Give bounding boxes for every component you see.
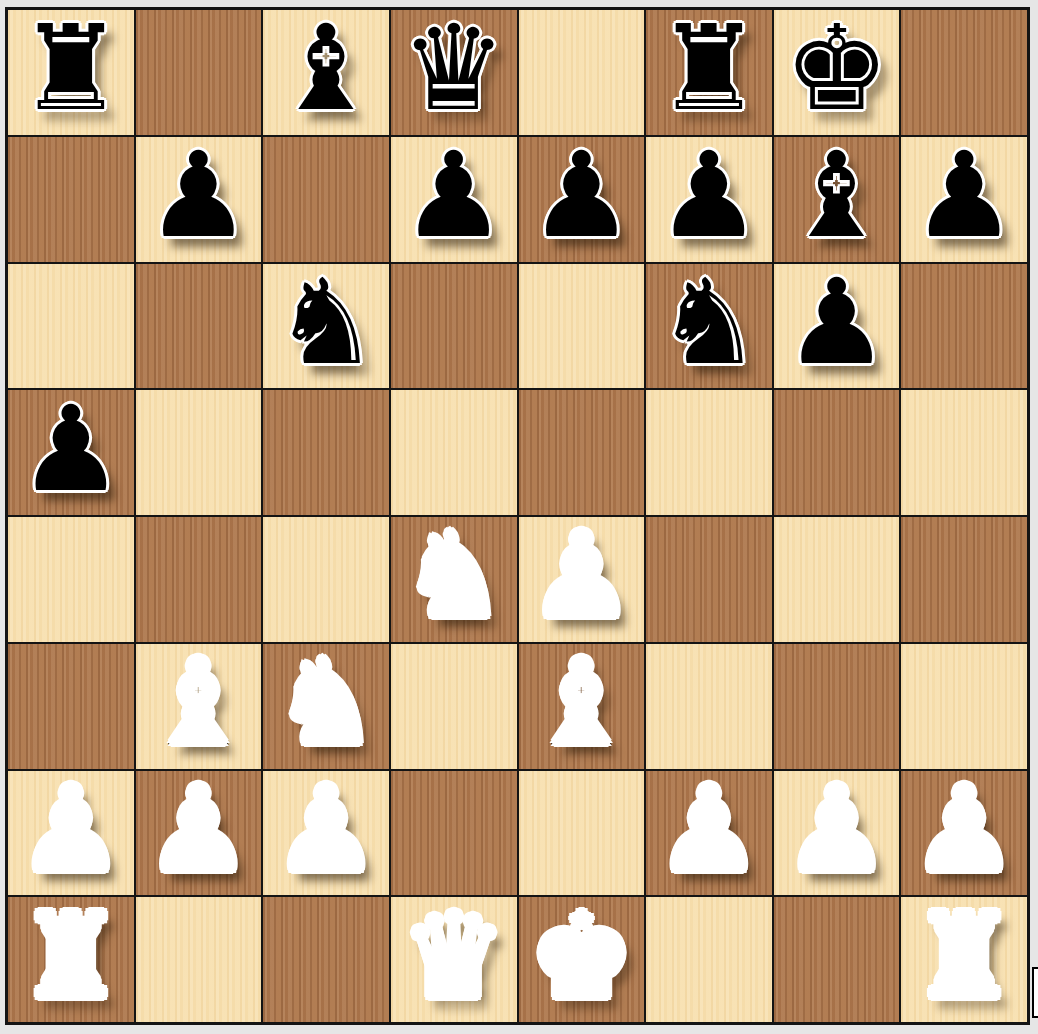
square-h4[interactable] xyxy=(901,517,1027,642)
square-e7[interactable]: ♟ xyxy=(519,137,645,262)
square-a8[interactable]: ♜ xyxy=(8,10,134,135)
white-knight-piece[interactable]: ♞ xyxy=(401,516,507,634)
square-f4[interactable] xyxy=(646,517,772,642)
square-e6[interactable] xyxy=(519,264,645,389)
square-b6[interactable] xyxy=(136,264,262,389)
square-h1[interactable]: ♜ xyxy=(901,897,1027,1022)
square-g1[interactable] xyxy=(774,897,900,1022)
square-e3[interactable]: ♝ xyxy=(519,644,645,769)
square-c8[interactable]: ♝ xyxy=(263,10,389,135)
white-pawn-piece[interactable]: ♟ xyxy=(784,770,890,888)
black-knight-piece[interactable]: ♞ xyxy=(656,263,762,381)
white-pawn-piece[interactable]: ♟ xyxy=(911,770,1017,888)
square-a3[interactable] xyxy=(8,644,134,769)
square-b5[interactable] xyxy=(136,390,262,515)
square-a1[interactable]: ♜ xyxy=(8,897,134,1022)
square-h6[interactable] xyxy=(901,264,1027,389)
square-c5[interactable] xyxy=(263,390,389,515)
square-f5[interactable] xyxy=(646,390,772,515)
square-f6[interactable]: ♞ xyxy=(646,264,772,389)
square-a6[interactable] xyxy=(8,264,134,389)
black-pawn-piece[interactable]: ♟ xyxy=(656,136,762,254)
square-f3[interactable] xyxy=(646,644,772,769)
square-f2[interactable]: ♟ xyxy=(646,771,772,896)
white-rook-piece[interactable]: ♜ xyxy=(18,897,124,1015)
square-a7[interactable] xyxy=(8,137,134,262)
square-g6[interactable]: ♟ xyxy=(774,264,900,389)
square-h8[interactable] xyxy=(901,10,1027,135)
square-g7[interactable]: ♝ xyxy=(774,137,900,262)
square-e5[interactable] xyxy=(519,390,645,515)
square-c6[interactable]: ♞ xyxy=(263,264,389,389)
square-f7[interactable]: ♟ xyxy=(646,137,772,262)
square-g4[interactable] xyxy=(774,517,900,642)
square-b3[interactable]: ♝ xyxy=(136,644,262,769)
square-g8[interactable]: ♚ xyxy=(774,10,900,135)
black-bishop-piece[interactable]: ♝ xyxy=(273,9,379,127)
square-d6[interactable] xyxy=(391,264,517,389)
chess-board[interactable]: ♜♝♛♜♚♟♟♟♟♝♟♞♞♟♟♞♟♝♞♝♟♟♟♟♟♟♜♛♚♜ xyxy=(5,7,1030,1025)
square-g2[interactable]: ♟ xyxy=(774,771,900,896)
square-d2[interactable] xyxy=(391,771,517,896)
page-background: { "game": "chess", "position": { "fen": … xyxy=(0,0,1038,1034)
black-queen-piece[interactable]: ♛ xyxy=(401,9,507,127)
square-c1[interactable] xyxy=(263,897,389,1022)
square-d1[interactable]: ♛ xyxy=(391,897,517,1022)
white-knight-piece[interactable]: ♞ xyxy=(273,643,379,761)
white-pawn-piece[interactable]: ♟ xyxy=(528,516,634,634)
square-d7[interactable]: ♟ xyxy=(391,137,517,262)
square-b1[interactable] xyxy=(136,897,262,1022)
white-king-piece[interactable]: ♚ xyxy=(528,897,634,1015)
black-rook-piece[interactable]: ♜ xyxy=(656,9,762,127)
white-rook-piece[interactable]: ♜ xyxy=(911,897,1017,1015)
white-pawn-piece[interactable]: ♟ xyxy=(18,770,124,888)
square-f8[interactable]: ♜ xyxy=(646,10,772,135)
square-a2[interactable]: ♟ xyxy=(8,771,134,896)
square-d3[interactable] xyxy=(391,644,517,769)
white-bishop-piece[interactable]: ♝ xyxy=(528,643,634,761)
black-king-piece[interactable]: ♚ xyxy=(784,9,890,127)
black-pawn-piece[interactable]: ♟ xyxy=(784,263,890,381)
square-g3[interactable] xyxy=(774,644,900,769)
square-c2[interactable]: ♟ xyxy=(263,771,389,896)
white-bishop-piece[interactable]: ♝ xyxy=(146,643,252,761)
black-bishop-piece[interactable]: ♝ xyxy=(784,136,890,254)
square-c4[interactable] xyxy=(263,517,389,642)
square-a4[interactable] xyxy=(8,517,134,642)
square-a5[interactable]: ♟ xyxy=(8,390,134,515)
square-e1[interactable]: ♚ xyxy=(519,897,645,1022)
square-b2[interactable]: ♟ xyxy=(136,771,262,896)
square-h5[interactable] xyxy=(901,390,1027,515)
white-queen-piece[interactable]: ♛ xyxy=(401,897,507,1015)
white-pawn-piece[interactable]: ♟ xyxy=(273,770,379,888)
square-h3[interactable] xyxy=(901,644,1027,769)
square-e8[interactable] xyxy=(519,10,645,135)
square-c3[interactable]: ♞ xyxy=(263,644,389,769)
square-d8[interactable]: ♛ xyxy=(391,10,517,135)
square-c7[interactable] xyxy=(263,137,389,262)
square-h7[interactable]: ♟ xyxy=(901,137,1027,262)
black-pawn-piece[interactable]: ♟ xyxy=(911,136,1017,254)
black-pawn-piece[interactable]: ♟ xyxy=(146,136,252,254)
square-e4[interactable]: ♟ xyxy=(519,517,645,642)
square-d5[interactable] xyxy=(391,390,517,515)
square-g5[interactable] xyxy=(774,390,900,515)
square-h2[interactable]: ♟ xyxy=(901,771,1027,896)
black-pawn-piece[interactable]: ♟ xyxy=(18,390,124,508)
black-pawn-piece[interactable]: ♟ xyxy=(401,136,507,254)
black-rook-piece[interactable]: ♜ xyxy=(18,9,124,127)
square-b8[interactable] xyxy=(136,10,262,135)
square-e2[interactable] xyxy=(519,771,645,896)
white-pawn-piece[interactable]: ♟ xyxy=(146,770,252,888)
square-b7[interactable]: ♟ xyxy=(136,137,262,262)
square-f1[interactable] xyxy=(646,897,772,1022)
square-b4[interactable] xyxy=(136,517,262,642)
partial-overlapping-window xyxy=(1032,967,1038,1018)
white-pawn-piece[interactable]: ♟ xyxy=(656,770,762,888)
square-d4[interactable]: ♞ xyxy=(391,517,517,642)
black-knight-piece[interactable]: ♞ xyxy=(273,263,379,381)
black-pawn-piece[interactable]: ♟ xyxy=(528,136,634,254)
